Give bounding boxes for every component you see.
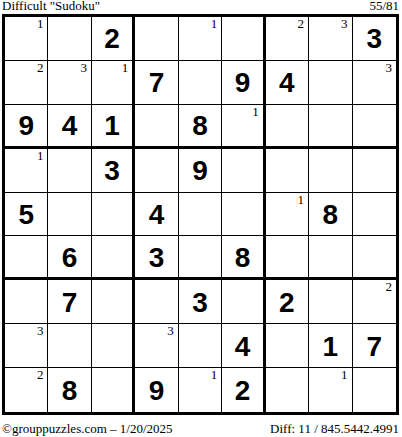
given-digit: 8 xyxy=(192,112,208,140)
cell-r4c1[interactable]: 1 xyxy=(5,149,48,193)
cell-r8c7[interactable] xyxy=(266,324,309,368)
corner-mark: 3 xyxy=(37,324,44,338)
copyright-text: ©grouppuzzles.com – 1/20/2025 xyxy=(2,422,173,436)
corner-mark: 1 xyxy=(122,61,129,75)
cell-r2c6[interactable]: 9 xyxy=(222,61,265,105)
cell-r9c7[interactable] xyxy=(266,368,309,412)
given-digit: 1 xyxy=(323,333,339,361)
given-digit: 9 xyxy=(192,157,208,185)
cell-r6c5[interactable] xyxy=(179,236,222,280)
cell-r4c9[interactable] xyxy=(353,149,396,193)
cell-r7c4[interactable] xyxy=(135,280,178,324)
corner-mark: 2 xyxy=(37,61,44,75)
cell-r9c3[interactable] xyxy=(92,368,135,412)
cell-r7c6[interactable] xyxy=(222,280,265,324)
cell-r8c1[interactable]: 3 xyxy=(5,324,48,368)
cell-r5c6[interactable] xyxy=(222,193,265,237)
cell-r9c9[interactable] xyxy=(353,368,396,412)
cell-r1c9[interactable]: 3 xyxy=(353,17,396,61)
cell-r3c2[interactable]: 4 xyxy=(48,105,91,149)
cell-r8c9[interactable]: 7 xyxy=(353,324,396,368)
cell-r4c2[interactable] xyxy=(48,149,91,193)
cell-r8c3[interactable] xyxy=(92,324,135,368)
cell-r7c9[interactable]: 2 xyxy=(353,280,396,324)
cell-r7c7[interactable]: 2 xyxy=(266,280,309,324)
cell-r3c1[interactable]: 9 xyxy=(5,105,48,149)
given-digit: 8 xyxy=(323,201,339,229)
given-digit: 9 xyxy=(149,377,165,405)
corner-mark: 2 xyxy=(385,280,392,294)
cell-r6c6[interactable]: 8 xyxy=(222,236,265,280)
corner-mark: 1 xyxy=(211,17,218,31)
given-digit: 2 xyxy=(235,377,251,405)
corner-mark: 1 xyxy=(341,368,348,382)
cell-r7c5[interactable]: 3 xyxy=(179,280,222,324)
given-digit: 8 xyxy=(235,244,251,272)
cell-r5c9[interactable] xyxy=(353,193,396,237)
cell-r3c5[interactable]: 8 xyxy=(179,105,222,149)
cell-r7c1[interactable] xyxy=(5,280,48,324)
given-digit: 9 xyxy=(235,69,251,97)
cell-r8c5[interactable] xyxy=(179,324,222,368)
given-digit: 3 xyxy=(192,289,208,317)
cell-r8c2[interactable] xyxy=(48,324,91,368)
cell-r3c3[interactable]: 1 xyxy=(92,105,135,149)
cell-r2c3[interactable]: 1 xyxy=(92,61,135,105)
cell-r1c7[interactable]: 2 xyxy=(266,17,309,61)
given-digit: 4 xyxy=(149,201,165,229)
cell-r3c6[interactable]: 1 xyxy=(222,105,265,149)
cell-r5c4[interactable]: 4 xyxy=(135,193,178,237)
progress-counter: 55/81 xyxy=(369,0,399,13)
cell-r4c7[interactable] xyxy=(266,149,309,193)
given-digit: 3 xyxy=(366,25,382,53)
cell-r3c4[interactable] xyxy=(135,105,178,149)
cell-r9c8[interactable]: 1 xyxy=(309,368,352,412)
cell-r1c3[interactable]: 2 xyxy=(92,17,135,61)
page-title: Difficult "Sudoku" xyxy=(2,0,100,13)
corner-mark: 1 xyxy=(211,368,218,382)
given-digit: 2 xyxy=(104,25,120,53)
given-digit: 3 xyxy=(149,244,165,272)
corner-mark: 1 xyxy=(252,105,259,119)
given-digit: 4 xyxy=(62,112,78,140)
cell-r6c7[interactable] xyxy=(266,236,309,280)
given-digit: 1 xyxy=(104,112,120,140)
cell-r2c9[interactable]: 3 xyxy=(353,61,396,105)
cell-r2c5[interactable] xyxy=(179,61,222,105)
cell-r3c8[interactable] xyxy=(309,105,352,149)
given-digit: 7 xyxy=(62,289,78,317)
cell-r4c5[interactable]: 9 xyxy=(179,149,222,193)
given-digit: 4 xyxy=(235,333,251,361)
cell-r2c1[interactable]: 2 xyxy=(5,61,48,105)
cell-r3c7[interactable] xyxy=(266,105,309,149)
cell-r4c8[interactable] xyxy=(309,149,352,193)
cell-r9c2[interactable]: 8 xyxy=(48,368,91,412)
cell-r8c8[interactable]: 1 xyxy=(309,324,352,368)
cell-r8c6[interactable]: 4 xyxy=(222,324,265,368)
corner-mark: 2 xyxy=(298,17,305,31)
cell-r7c3[interactable] xyxy=(92,280,135,324)
cell-r5c1[interactable]: 5 xyxy=(5,193,48,237)
corner-mark: 3 xyxy=(167,324,174,338)
cell-r2c2[interactable]: 3 xyxy=(48,61,91,105)
corner-mark: 3 xyxy=(385,61,392,75)
sudoku-page: Difficult "Sudoku" 55/81 121233231794394… xyxy=(0,0,402,437)
difficulty-text: Diff: 11 / 845.5442.4991 xyxy=(270,422,399,436)
cell-r5c8[interactable]: 8 xyxy=(309,193,352,237)
cell-r9c4[interactable]: 9 xyxy=(135,368,178,412)
given-digit: 9 xyxy=(18,112,34,140)
cell-r6c8[interactable] xyxy=(309,236,352,280)
sudoku-grid: 1212332317943941811395418638732233417289… xyxy=(2,14,399,415)
cell-r1c8[interactable]: 3 xyxy=(309,17,352,61)
cell-r9c6[interactable]: 2 xyxy=(222,368,265,412)
cell-r9c1[interactable]: 2 xyxy=(5,368,48,412)
cell-r1c2[interactable] xyxy=(48,17,91,61)
cell-r5c2[interactable] xyxy=(48,193,91,237)
given-digit: 2 xyxy=(279,289,295,317)
cell-r6c2[interactable]: 6 xyxy=(48,236,91,280)
given-digit: 6 xyxy=(62,244,78,272)
corner-mark: 1 xyxy=(37,17,44,31)
cell-r6c9[interactable] xyxy=(353,236,396,280)
given-digit: 7 xyxy=(149,69,165,97)
cell-r1c4[interactable] xyxy=(135,17,178,61)
cell-r6c4[interactable]: 3 xyxy=(135,236,178,280)
cell-r4c3[interactable]: 3 xyxy=(92,149,135,193)
cell-r7c2[interactable]: 7 xyxy=(48,280,91,324)
cell-r1c6[interactable] xyxy=(222,17,265,61)
cell-r5c7[interactable]: 1 xyxy=(266,193,309,237)
given-digit: 4 xyxy=(279,69,295,97)
cell-r5c5[interactable] xyxy=(179,193,222,237)
cell-r7c8[interactable] xyxy=(309,280,352,324)
cell-r4c6[interactable] xyxy=(222,149,265,193)
corner-mark: 2 xyxy=(37,368,44,382)
cell-r1c1[interactable]: 1 xyxy=(5,17,48,61)
cell-r6c3[interactable] xyxy=(92,236,135,280)
given-digit: 3 xyxy=(104,157,120,185)
cell-r5c3[interactable] xyxy=(92,193,135,237)
cell-r1c5[interactable]: 1 xyxy=(179,17,222,61)
given-digit: 7 xyxy=(366,333,382,361)
corner-mark: 3 xyxy=(80,61,87,75)
cell-r8c4[interactable]: 3 xyxy=(135,324,178,368)
given-digit: 8 xyxy=(62,377,78,405)
cell-r6c1[interactable] xyxy=(5,236,48,280)
cell-r2c8[interactable] xyxy=(309,61,352,105)
cell-r2c4[interactable]: 7 xyxy=(135,61,178,105)
corner-mark: 3 xyxy=(341,17,348,31)
corner-mark: 1 xyxy=(298,193,305,207)
corner-mark: 1 xyxy=(37,149,44,163)
given-digit: 5 xyxy=(18,201,34,229)
cell-r9c5[interactable]: 1 xyxy=(179,368,222,412)
cell-r2c7[interactable]: 4 xyxy=(266,61,309,105)
cell-r4c4[interactable] xyxy=(135,149,178,193)
cell-r3c9[interactable] xyxy=(353,105,396,149)
